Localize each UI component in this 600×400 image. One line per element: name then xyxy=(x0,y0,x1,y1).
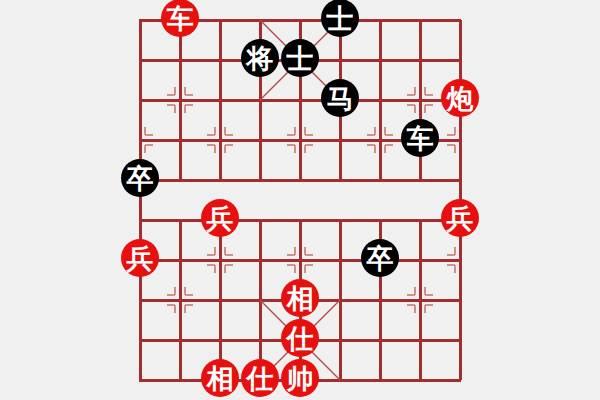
piece-black-horse[interactable]: 马 xyxy=(321,79,359,117)
piece-black-soldier[interactable]: 卒 xyxy=(121,159,159,197)
piece-red-soldier[interactable]: 兵 xyxy=(121,239,159,277)
xiangqi-diagram: 士将士马车卒卒车炮兵兵兵相仕相仕帅 xyxy=(0,0,600,400)
piece-red-soldier[interactable]: 兵 xyxy=(201,199,239,237)
piece-red-elephant[interactable]: 相 xyxy=(201,359,239,397)
piece-red-elephant[interactable]: 相 xyxy=(281,279,319,317)
piece-red-chariot[interactable]: 车 xyxy=(161,0,199,37)
piece-red-cannon[interactable]: 炮 xyxy=(441,79,479,117)
piece-red-advisor[interactable]: 仕 xyxy=(241,359,279,397)
piece-black-general[interactable]: 将 xyxy=(241,39,279,77)
piece-red-soldier[interactable]: 兵 xyxy=(441,199,479,237)
piece-layer: 士将士马车卒卒车炮兵兵兵相仕相仕帅 xyxy=(120,0,480,400)
piece-red-advisor[interactable]: 仕 xyxy=(281,319,319,357)
piece-black-soldier[interactable]: 卒 xyxy=(361,239,399,277)
piece-black-advisor[interactable]: 士 xyxy=(321,0,359,37)
piece-black-chariot[interactable]: 车 xyxy=(401,119,439,157)
piece-black-advisor[interactable]: 士 xyxy=(281,39,319,77)
piece-red-general[interactable]: 帅 xyxy=(281,359,319,397)
